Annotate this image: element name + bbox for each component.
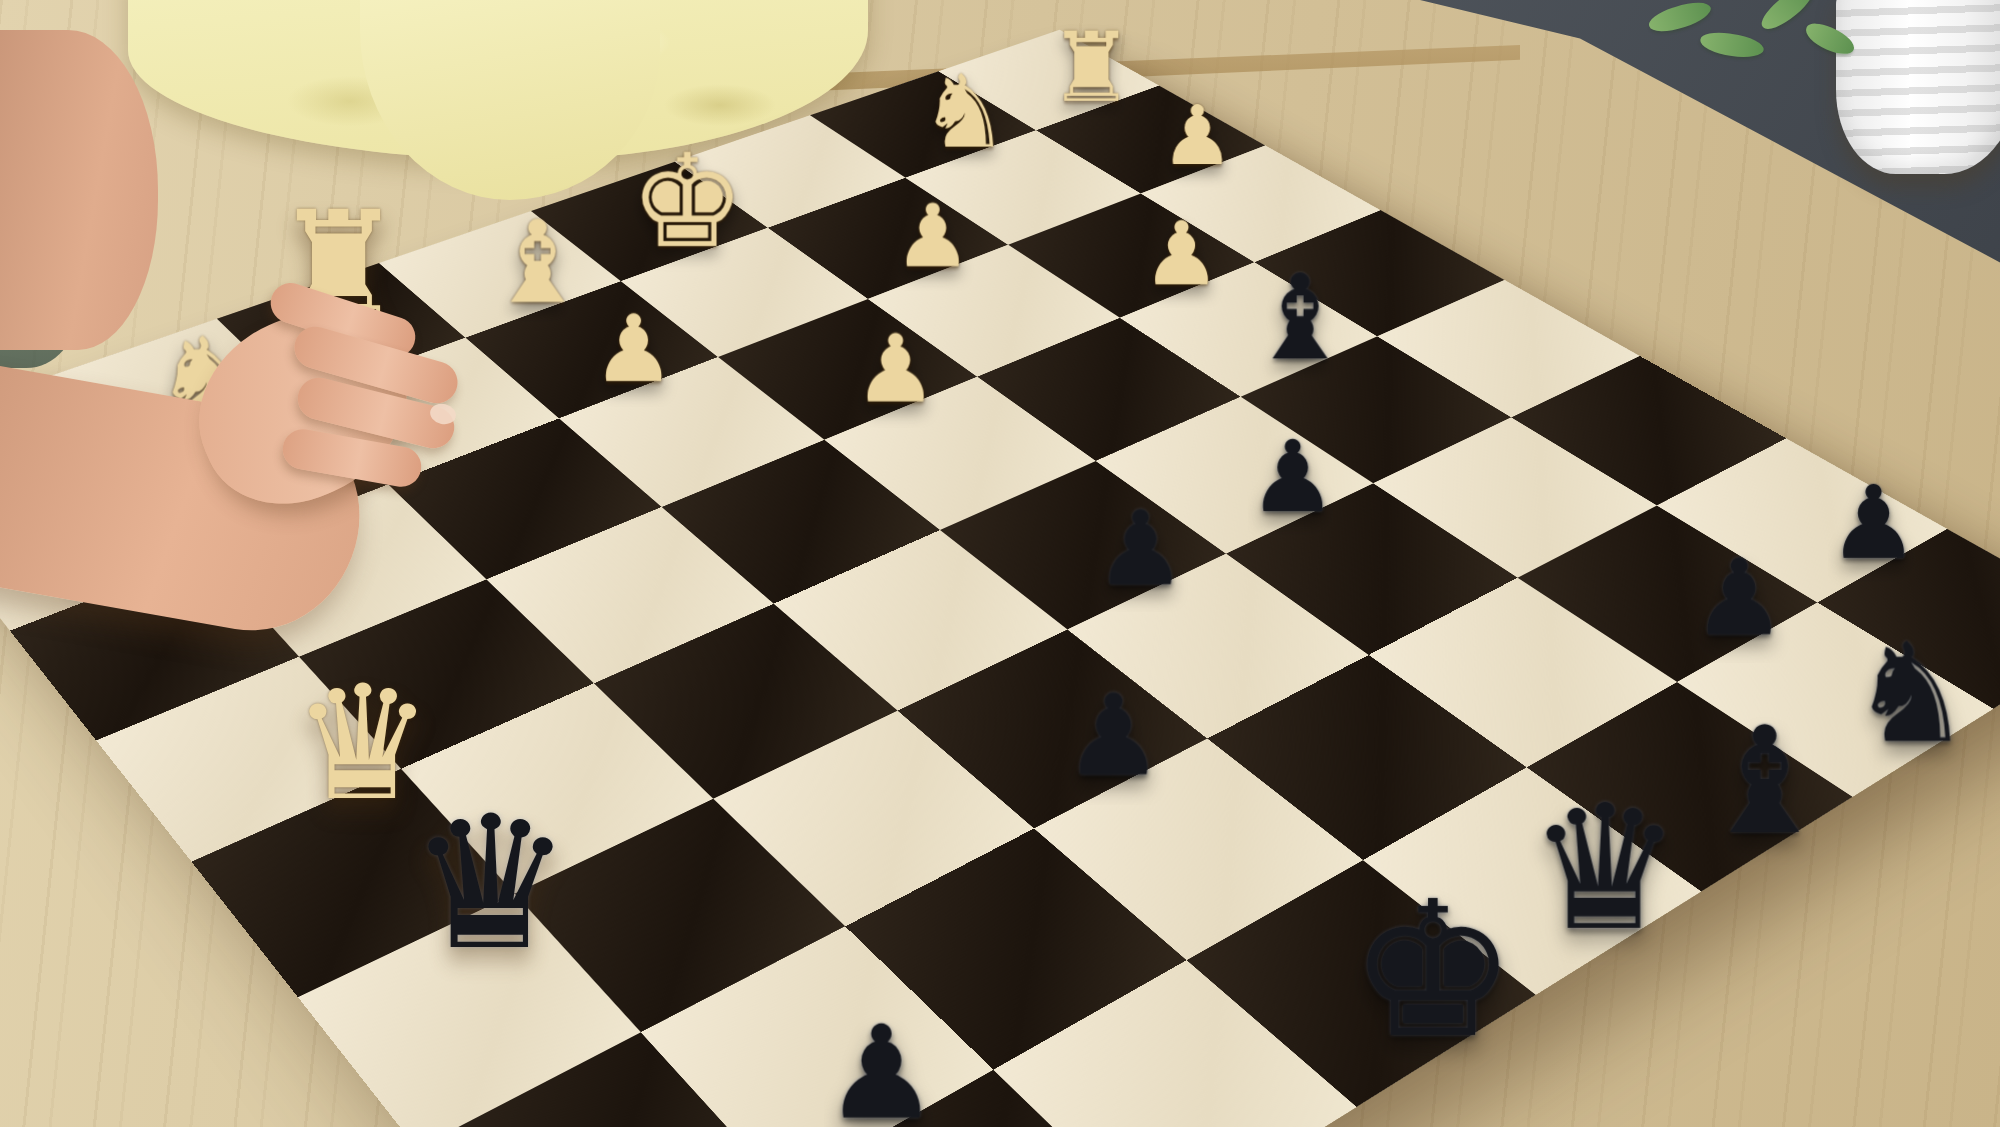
black-pawn-f5[interactable]: ♟ <box>1248 430 1337 524</box>
white-pawn-d2[interactable]: ♟ <box>592 305 675 393</box>
black-rook-h8[interactable]: ♜ <box>1988 552 2000 675</box>
white-pawn-b2[interactable]: ♟ <box>249 431 338 525</box>
white-rook-h1[interactable]: ♜ <box>1048 23 1134 115</box>
white-bishop-d1[interactable]: ♝ <box>486 208 588 316</box>
black-pawn-d6[interactable]: ♟ <box>1064 682 1164 788</box>
white-knight-g1[interactable]: ♞ <box>919 65 1009 161</box>
white-pawn-g3[interactable]: ♟ <box>1142 212 1221 296</box>
shirt-fold <box>360 0 660 200</box>
captured-white-rook[interactable]: ♜ <box>272 196 405 337</box>
black-bishop-f8[interactable]: ♝ <box>1699 711 1831 851</box>
child-upper-arm <box>0 30 158 350</box>
white-pawn-a2[interactable]: ♟ <box>59 501 151 599</box>
white-pawn-e3[interactable]: ♟ <box>853 325 937 414</box>
white-king-e1[interactable]: ♚ <box>629 140 745 263</box>
black-bishop-g4[interactable]: ♝ <box>1248 262 1353 373</box>
white-pawn-h2[interactable]: ♟ <box>1161 97 1235 175</box>
white-knight-b1[interactable]: ♞ <box>153 325 258 437</box>
plant-pot <box>1836 0 2000 174</box>
black-pawn-h7[interactable]: ♟ <box>1828 475 1919 571</box>
black-king-d8[interactable]: ♚ <box>1349 881 1517 1059</box>
black-pawn-e5[interactable]: ♟ <box>1094 499 1186 597</box>
white-pawn-f2[interactable]: ♟ <box>894 195 972 278</box>
black-pawn-g7[interactable]: ♟ <box>1691 547 1785 647</box>
black-knight-g8[interactable]: ♞ <box>1850 629 1973 759</box>
spare-black-queen[interactable]: ♛ <box>408 796 573 971</box>
black-queen-e8[interactable]: ♛ <box>1528 787 1683 951</box>
black-pawn-b7[interactable]: ♟ <box>824 1011 940 1127</box>
